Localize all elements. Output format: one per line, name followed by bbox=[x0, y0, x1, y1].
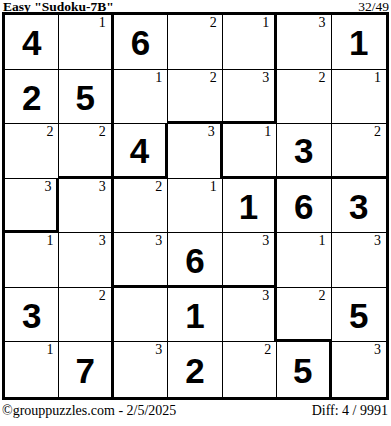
cell-r4c3[interactable]: 6 bbox=[168, 233, 222, 288]
cell-r2c6[interactable]: 2 bbox=[332, 124, 386, 179]
cell-r2c5[interactable]: 3 bbox=[277, 124, 331, 179]
given-digit: 1 bbox=[185, 298, 204, 333]
given-digit: 4 bbox=[22, 25, 41, 60]
cell-r5c6[interactable]: 5 bbox=[332, 288, 386, 343]
corner-mark: 2 bbox=[99, 124, 106, 140]
cell-r5c2[interactable] bbox=[114, 288, 168, 343]
cell-r6c4[interactable]: 2 bbox=[223, 342, 277, 397]
corner-mark: 3 bbox=[99, 233, 106, 249]
given-digit: 3 bbox=[22, 298, 41, 333]
cell-r5c0[interactable]: 3 bbox=[5, 288, 59, 343]
cell-r2c3[interactable]: 3 bbox=[168, 124, 222, 179]
corner-mark: 2 bbox=[319, 70, 326, 86]
corner-mark: 3 bbox=[262, 288, 269, 304]
given-digit: 3 bbox=[349, 189, 368, 224]
cell-r4c0[interactable]: 1 bbox=[5, 233, 59, 288]
cell-r3c4[interactable]: 1 bbox=[223, 179, 277, 234]
cell-r6c1[interactable]: 7 bbox=[59, 342, 113, 397]
corner-mark: 3 bbox=[155, 233, 162, 249]
cell-r3c0[interactable]: 3 bbox=[5, 179, 59, 234]
cell-r3c3[interactable]: 1 bbox=[168, 179, 222, 234]
cell-r0c5[interactable]: 3 bbox=[277, 15, 331, 70]
corner-mark: 1 bbox=[99, 15, 106, 31]
cell-r5c4[interactable]: 3 bbox=[223, 288, 277, 343]
cell-r4c2[interactable]: 3 bbox=[114, 233, 168, 288]
sudoku-board: 4162131251232122431323321163133631332132… bbox=[2, 12, 389, 400]
cell-r0c2[interactable]: 6 bbox=[114, 15, 168, 70]
corner-mark: 1 bbox=[264, 124, 271, 140]
corner-mark: 3 bbox=[262, 233, 269, 249]
cell-r0c0[interactable]: 4 bbox=[5, 15, 59, 70]
corner-mark: 1 bbox=[210, 179, 217, 195]
given-digit: 6 bbox=[185, 243, 204, 278]
cell-r0c3[interactable]: 2 bbox=[168, 15, 222, 70]
corner-mark: 1 bbox=[319, 233, 326, 249]
given-digit: 5 bbox=[349, 298, 368, 333]
cell-r3c2[interactable]: 2 bbox=[114, 179, 168, 234]
cell-r5c1[interactable]: 2 bbox=[59, 288, 113, 343]
cell-r1c3[interactable]: 2 bbox=[168, 70, 222, 125]
cell-r3c5[interactable]: 6 bbox=[277, 179, 331, 234]
cell-r4c5[interactable]: 1 bbox=[277, 233, 331, 288]
corner-mark: 2 bbox=[264, 342, 271, 358]
cell-r5c3[interactable]: 1 bbox=[168, 288, 222, 343]
corner-mark: 1 bbox=[46, 233, 53, 249]
given-digit: 4 bbox=[130, 133, 149, 168]
cell-r0c1[interactable]: 1 bbox=[59, 15, 113, 70]
puzzle-page: { "game": "jigsaw-sudoku-7x7", "header":… bbox=[0, 0, 391, 426]
cell-r1c5[interactable]: 2 bbox=[277, 70, 331, 125]
cell-r4c4[interactable]: 3 bbox=[223, 233, 277, 288]
cell-r2c2[interactable]: 4 bbox=[114, 124, 168, 179]
cell-r0c6[interactable]: 1 bbox=[332, 15, 386, 70]
cell-r6c0[interactable]: 1 bbox=[5, 342, 59, 397]
cell-r2c4[interactable]: 1 bbox=[223, 124, 277, 179]
corner-mark: 2 bbox=[210, 15, 217, 31]
given-digit: 5 bbox=[293, 353, 312, 388]
cell-r1c1[interactable]: 5 bbox=[59, 70, 113, 125]
cell-r6c6[interactable]: 3 bbox=[332, 342, 386, 397]
corner-mark: 2 bbox=[374, 124, 381, 140]
corner-mark: 3 bbox=[208, 124, 215, 140]
cell-r1c4[interactable]: 3 bbox=[223, 70, 277, 125]
given-digit: 6 bbox=[294, 189, 313, 224]
given-digit: 6 bbox=[131, 25, 150, 60]
cell-r5c5[interactable]: 2 bbox=[277, 288, 331, 343]
corner-mark: 2 bbox=[46, 124, 53, 140]
cell-r3c1[interactable]: 3 bbox=[59, 179, 113, 234]
corner-mark: 1 bbox=[155, 70, 162, 86]
cell-r2c1[interactable]: 2 bbox=[59, 124, 113, 179]
corner-mark: 1 bbox=[262, 15, 269, 31]
corner-mark: 2 bbox=[155, 179, 162, 195]
cell-r3c6[interactable]: 3 bbox=[332, 179, 386, 234]
given-digit: 3 bbox=[294, 133, 313, 168]
given-digit: 2 bbox=[22, 80, 41, 115]
cell-r4c1[interactable]: 3 bbox=[59, 233, 113, 288]
copyright-date: ©grouppuzzles.com - 2/5/2025 bbox=[2, 403, 176, 419]
cell-r6c5[interactable]: 5 bbox=[277, 342, 331, 397]
cell-r0c4[interactable]: 1 bbox=[223, 15, 277, 70]
corner-mark: 3 bbox=[319, 15, 326, 31]
corner-mark: 3 bbox=[44, 179, 51, 195]
corner-mark: 1 bbox=[374, 70, 381, 86]
corner-mark: 1 bbox=[46, 342, 53, 358]
cell-r1c0[interactable]: 2 bbox=[5, 70, 59, 125]
cell-r1c6[interactable]: 1 bbox=[332, 70, 386, 125]
corner-mark: 3 bbox=[374, 342, 381, 358]
given-digit: 1 bbox=[349, 25, 368, 60]
difficulty-label: Diff: 4 / 9991 bbox=[312, 403, 388, 419]
cell-r1c2[interactable]: 1 bbox=[114, 70, 168, 125]
corner-mark: 3 bbox=[99, 179, 106, 195]
given-digit: 7 bbox=[75, 353, 94, 388]
cell-r6c3[interactable]: 2 bbox=[168, 342, 222, 397]
cell-r2c0[interactable]: 2 bbox=[5, 124, 59, 179]
corner-mark: 3 bbox=[262, 70, 269, 86]
corner-mark: 2 bbox=[319, 288, 326, 304]
corner-mark: 2 bbox=[99, 288, 106, 304]
corner-mark: 3 bbox=[155, 342, 162, 358]
given-digit: 1 bbox=[239, 189, 258, 224]
given-digit: 5 bbox=[75, 80, 94, 115]
given-digit: 2 bbox=[185, 353, 204, 388]
corner-mark: 3 bbox=[374, 233, 381, 249]
cell-r6c2[interactable]: 3 bbox=[114, 342, 168, 397]
cell-r4c6[interactable]: 3 bbox=[332, 233, 386, 288]
corner-mark: 2 bbox=[210, 70, 217, 86]
